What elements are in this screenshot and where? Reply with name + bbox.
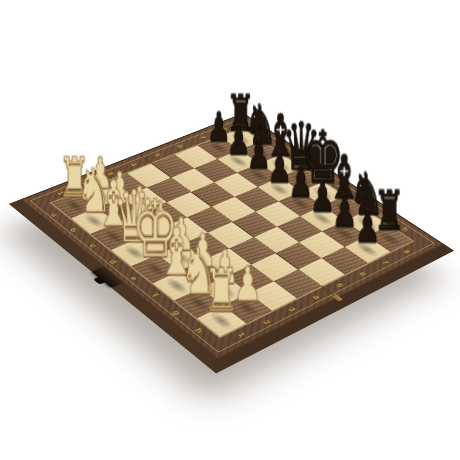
square-h1[interactable]: ♜ bbox=[197, 306, 246, 337]
black-pawn-piece[interactable]: ♟ bbox=[350, 205, 385, 249]
clasp-latch bbox=[92, 267, 123, 288]
product-photo: { "game": "chess", "description": "Foldi… bbox=[0, 0, 460, 460]
white-rook-piece[interactable]: ♜ bbox=[198, 262, 245, 321]
chess-board: abcdefgh abcdefgh 87654321 87654321 ♜♞♝♛… bbox=[20, 113, 445, 360]
board-grid: ♜♞♝♛♚♝♞♜♟♟♟♟♟♟♟♟♟♟♟♟♟♟♟♟♜♞♝♛♚♝♞♜ bbox=[52, 128, 412, 337]
